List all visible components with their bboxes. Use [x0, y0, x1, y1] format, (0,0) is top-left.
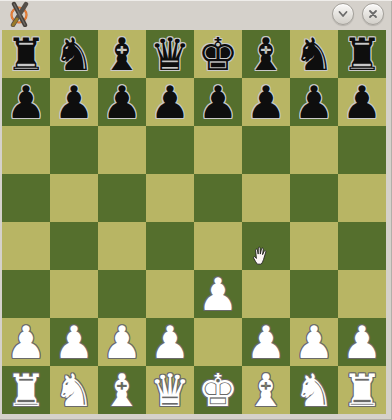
white-king[interactable]: ♚: [194, 366, 242, 414]
square-e1[interactable]: ♚: [194, 366, 242, 414]
square-b4[interactable]: [50, 222, 98, 270]
square-d2[interactable]: ♟: [146, 318, 194, 366]
white-pawn[interactable]: ♟: [2, 318, 50, 366]
square-c3[interactable]: [98, 270, 146, 318]
square-a2[interactable]: ♟: [2, 318, 50, 366]
white-pawn[interactable]: ♟: [290, 318, 338, 366]
window-controls: [332, 3, 384, 25]
white-pawn[interactable]: ♟: [50, 318, 98, 366]
square-d3[interactable]: [146, 270, 194, 318]
square-h8[interactable]: ♜: [338, 30, 386, 78]
white-rook[interactable]: ♜: [338, 366, 386, 414]
square-b1[interactable]: ♞: [50, 366, 98, 414]
square-c2[interactable]: ♟: [98, 318, 146, 366]
black-bishop[interactable]: ♝: [242, 30, 290, 78]
square-h1[interactable]: ♜: [338, 366, 386, 414]
square-g8[interactable]: ♞: [290, 30, 338, 78]
black-pawn[interactable]: ♟: [98, 78, 146, 126]
square-h2[interactable]: ♟: [338, 318, 386, 366]
square-a3[interactable]: [2, 270, 50, 318]
square-g1[interactable]: ♞: [290, 366, 338, 414]
square-a5[interactable]: [2, 174, 50, 222]
xboard-window: ♜♞♝♛♚♝♞♜♟♟♟♟♟♟♟♟♟♟♟♟♟♟♟♟♜♞♝♛♚♝♞♜: [0, 0, 392, 420]
square-f5[interactable]: [242, 174, 290, 222]
square-h5[interactable]: [338, 174, 386, 222]
white-pawn[interactable]: ♟: [98, 318, 146, 366]
square-d6[interactable]: [146, 126, 194, 174]
square-c7[interactable]: ♟: [98, 78, 146, 126]
square-e2[interactable]: [194, 318, 242, 366]
square-e8[interactable]: ♚: [194, 30, 242, 78]
close-icon: [366, 7, 380, 21]
chevron-down-icon: [336, 7, 350, 21]
square-e6[interactable]: [194, 126, 242, 174]
white-pawn[interactable]: ♟: [146, 318, 194, 366]
shade-button[interactable]: [332, 3, 354, 25]
square-g6[interactable]: [290, 126, 338, 174]
black-pawn[interactable]: ♟: [2, 78, 50, 126]
titlebar[interactable]: [0, 0, 392, 28]
square-b8[interactable]: ♞: [50, 30, 98, 78]
white-queen[interactable]: ♛: [146, 366, 194, 414]
square-e7[interactable]: ♟: [194, 78, 242, 126]
square-c6[interactable]: [98, 126, 146, 174]
black-pawn[interactable]: ♟: [194, 78, 242, 126]
white-bishop[interactable]: ♝: [98, 366, 146, 414]
black-bishop[interactable]: ♝: [98, 30, 146, 78]
square-b5[interactable]: [50, 174, 98, 222]
square-d8[interactable]: ♛: [146, 30, 194, 78]
square-f4[interactable]: [242, 222, 290, 270]
square-a1[interactable]: ♜: [2, 366, 50, 414]
black-pawn[interactable]: ♟: [338, 78, 386, 126]
square-h3[interactable]: [338, 270, 386, 318]
square-a6[interactable]: [2, 126, 50, 174]
xboard-logo-icon: [8, 1, 32, 27]
black-knight[interactable]: ♞: [290, 30, 338, 78]
black-pawn[interactable]: ♟: [290, 78, 338, 126]
white-knight[interactable]: ♞: [50, 366, 98, 414]
square-e5[interactable]: [194, 174, 242, 222]
square-f7[interactable]: ♟: [242, 78, 290, 126]
close-button[interactable]: [362, 3, 384, 25]
square-g4[interactable]: [290, 222, 338, 270]
white-pawn[interactable]: ♟: [242, 318, 290, 366]
square-d1[interactable]: ♛: [146, 366, 194, 414]
square-f3[interactable]: [242, 270, 290, 318]
white-pawn[interactable]: ♟: [194, 270, 242, 318]
black-pawn[interactable]: ♟: [146, 78, 194, 126]
square-d4[interactable]: [146, 222, 194, 270]
square-c1[interactable]: ♝: [98, 366, 146, 414]
black-knight[interactable]: ♞: [50, 30, 98, 78]
square-h6[interactable]: [338, 126, 386, 174]
square-g7[interactable]: ♟: [290, 78, 338, 126]
square-b3[interactable]: [50, 270, 98, 318]
square-g5[interactable]: [290, 174, 338, 222]
square-g2[interactable]: ♟: [290, 318, 338, 366]
square-f8[interactable]: ♝: [242, 30, 290, 78]
white-pawn[interactable]: ♟: [338, 318, 386, 366]
square-f1[interactable]: ♝: [242, 366, 290, 414]
square-a8[interactable]: ♜: [2, 30, 50, 78]
chess-board: ♜♞♝♛♚♝♞♜♟♟♟♟♟♟♟♟♟♟♟♟♟♟♟♟♜♞♝♛♚♝♞♜: [2, 30, 386, 414]
black-queen[interactable]: ♛: [146, 30, 194, 78]
square-h4[interactable]: [338, 222, 386, 270]
white-rook[interactable]: ♜: [2, 366, 50, 414]
square-c5[interactable]: [98, 174, 146, 222]
square-a7[interactable]: ♟: [2, 78, 50, 126]
black-rook[interactable]: ♜: [338, 30, 386, 78]
white-knight[interactable]: ♞: [290, 366, 338, 414]
black-rook[interactable]: ♜: [2, 30, 50, 78]
square-d7[interactable]: ♟: [146, 78, 194, 126]
square-g3[interactable]: [290, 270, 338, 318]
square-e3[interactable]: ♟: [194, 270, 242, 318]
white-bishop[interactable]: ♝: [242, 366, 290, 414]
black-pawn[interactable]: ♟: [242, 78, 290, 126]
square-c8[interactable]: ♝: [98, 30, 146, 78]
square-a4[interactable]: [2, 222, 50, 270]
square-f6[interactable]: [242, 126, 290, 174]
square-h7[interactable]: ♟: [338, 78, 386, 126]
square-f2[interactable]: ♟: [242, 318, 290, 366]
black-pawn[interactable]: ♟: [50, 78, 98, 126]
square-b2[interactable]: ♟: [50, 318, 98, 366]
square-b6[interactable]: [50, 126, 98, 174]
square-d5[interactable]: [146, 174, 194, 222]
square-c4[interactable]: [98, 222, 146, 270]
square-e4[interactable]: [194, 222, 242, 270]
black-king[interactable]: ♚: [194, 30, 242, 78]
square-b7[interactable]: ♟: [50, 78, 98, 126]
